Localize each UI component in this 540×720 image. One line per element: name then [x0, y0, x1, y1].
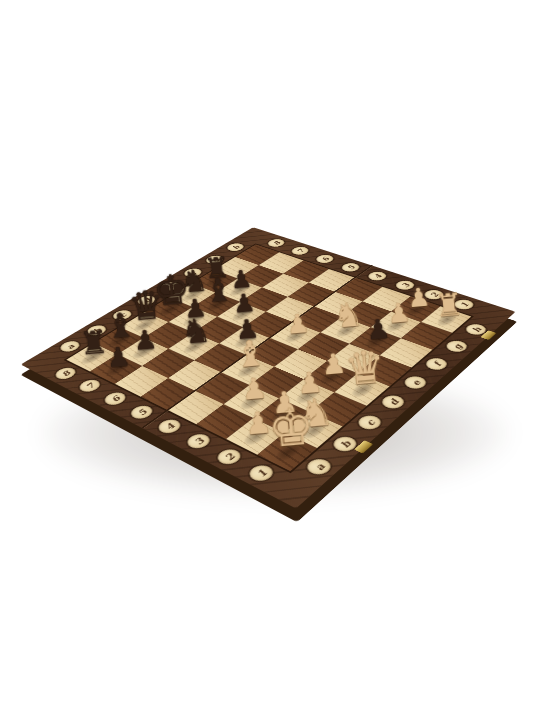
square-g1: [401, 322, 452, 350]
coord-rank-1-left: 1: [245, 463, 277, 484]
square-c6: ♞: [168, 332, 219, 360]
coord-file-g-front: g: [443, 339, 471, 354]
coord-file-e-front: e: [401, 374, 430, 391]
piece-shadow: [316, 367, 346, 386]
coord-rank-8-left: 8: [52, 366, 80, 382]
coord-rank-7-right: 7: [288, 245, 311, 256]
piece-shadow: [239, 425, 272, 447]
product-photo-scene: ♜♝♛♚♞♜♟♟♟♝♟♞♟♟♝♟♟♞♟♟♟♟♟♟♟♚♞♛♜ aa11bb22cc…: [0, 0, 540, 720]
piece-shadow: [281, 327, 310, 344]
coord-file-a-front: a: [303, 456, 335, 477]
piece-shadow: [271, 440, 305, 463]
coord-rank-8-right: 8: [265, 238, 288, 248]
coord-file-d-back: d: [134, 294, 159, 307]
coord-file-c-front: c: [354, 413, 385, 432]
coord-rank-7-left: 7: [76, 378, 104, 394]
piece-shadow: [104, 332, 134, 349]
piece-shadow: [433, 311, 460, 327]
coord-rank-3-right: 3: [393, 279, 418, 291]
coord-file-a-back: a: [57, 339, 83, 353]
piece-shadow: [128, 343, 158, 360]
piece-shadow: [236, 391, 268, 411]
black-knight-c6: ♞: [168, 332, 219, 360]
coord-rank-4-right: 4: [365, 270, 389, 282]
coord-rank-5-right: 5: [339, 262, 363, 274]
piece-shadow: [266, 405, 298, 426]
coord-file-d-front: d: [378, 393, 408, 411]
coord-rank-6-right: 6: [313, 253, 337, 264]
piece-shadow: [292, 385, 323, 405]
piece-shadow: [362, 333, 391, 350]
coord-rank-2-left: 2: [213, 447, 245, 467]
coord-file-f-front: f: [422, 356, 450, 372]
coord-rank-2-right: 2: [421, 288, 446, 301]
coord-rank-1-right: 1: [451, 298, 477, 311]
piece-shadow: [155, 302, 183, 317]
piece-shadow: [403, 301, 430, 317]
piece-shadow: [347, 380, 378, 400]
piece-shadow: [332, 322, 360, 339]
coord-rank-3-left: 3: [183, 432, 214, 451]
piece-shadow: [383, 317, 411, 334]
coord-rank-6-left: 6: [101, 390, 130, 407]
coord-rank-4-left: 4: [154, 417, 184, 436]
piece-shadow: [298, 419, 331, 441]
piece-shadow: [179, 312, 207, 328]
piece-shadow: [233, 361, 263, 380]
